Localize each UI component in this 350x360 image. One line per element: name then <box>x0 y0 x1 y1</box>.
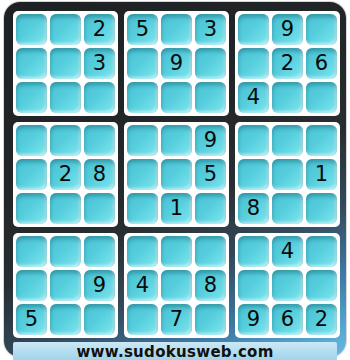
cell-r8c8[interactable] <box>272 270 303 301</box>
cell-r1c4[interactable]: 5 <box>127 14 158 45</box>
cell-r2c7[interactable] <box>238 48 269 79</box>
cell-r3c9[interactable] <box>306 82 337 113</box>
cell-r1c8[interactable]: 9 <box>272 14 303 45</box>
cell-r7c8[interactable]: 4 <box>272 236 303 267</box>
cell-r6c5[interactable]: 1 <box>161 193 192 224</box>
cell-r5c4[interactable] <box>127 159 158 190</box>
cell-r1c3[interactable]: 2 <box>84 14 115 45</box>
cell-r6c1[interactable] <box>16 193 47 224</box>
cell-r1c1[interactable] <box>16 14 47 45</box>
cell-r9c9[interactable]: 2 <box>306 304 337 335</box>
box-r2c2: 951 <box>124 122 229 227</box>
cell-r5c6[interactable]: 5 <box>195 159 226 190</box>
cell-r9c5[interactable]: 7 <box>161 304 192 335</box>
cell-r9c7[interactable]: 9 <box>238 304 269 335</box>
cell-r1c5[interactable] <box>161 14 192 45</box>
cell-r3c3[interactable] <box>84 82 115 113</box>
cell-r8c3[interactable]: 9 <box>84 270 115 301</box>
website-url-link[interactable]: www.sudokusweb.com <box>76 343 273 360</box>
cell-r3c8[interactable] <box>272 82 303 113</box>
cell-r6c8[interactable] <box>272 193 303 224</box>
cell-r6c6[interactable] <box>195 193 226 224</box>
cell-r2c6[interactable] <box>195 48 226 79</box>
cell-r8c5[interactable] <box>161 270 192 301</box>
cell-r1c6[interactable]: 3 <box>195 14 226 45</box>
cell-r1c9[interactable] <box>306 14 337 45</box>
cell-r1c7[interactable] <box>238 14 269 45</box>
cell-r2c3[interactable]: 3 <box>84 48 115 79</box>
cell-r4c6[interactable]: 9 <box>195 125 226 156</box>
cell-r2c1[interactable] <box>16 48 47 79</box>
cell-r8c6[interactable]: 8 <box>195 270 226 301</box>
cell-r4c1[interactable] <box>16 125 47 156</box>
cell-r9c1[interactable]: 5 <box>16 304 47 335</box>
cell-r8c2[interactable] <box>50 270 81 301</box>
cell-r5c1[interactable] <box>16 159 47 190</box>
box-r1c1: 23 <box>13 11 118 116</box>
footer-band: www.sudokusweb.com <box>13 342 337 360</box>
cell-r7c7[interactable] <box>238 236 269 267</box>
box-r2c3: 18 <box>235 122 340 227</box>
cell-r3c1[interactable] <box>16 82 47 113</box>
cell-r6c9[interactable] <box>306 193 337 224</box>
cell-r3c2[interactable] <box>50 82 81 113</box>
cell-r9c6[interactable] <box>195 304 226 335</box>
box-r3c3: 4962 <box>235 233 340 338</box>
box-r3c2: 487 <box>124 233 229 338</box>
cell-r7c4[interactable] <box>127 236 158 267</box>
cell-r7c2[interactable] <box>50 236 81 267</box>
cell-r7c3[interactable] <box>84 236 115 267</box>
sudoku-board-plaque: 2353992642895118954874962 www.sudokusweb… <box>4 2 346 357</box>
cell-r8c9[interactable] <box>306 270 337 301</box>
cell-r3c4[interactable] <box>127 82 158 113</box>
cell-r6c3[interactable] <box>84 193 115 224</box>
cell-r8c7[interactable] <box>238 270 269 301</box>
cell-r2c5[interactable]: 9 <box>161 48 192 79</box>
box-r1c2: 539 <box>124 11 229 116</box>
cell-r9c2[interactable] <box>50 304 81 335</box>
box-r3c1: 95 <box>13 233 118 338</box>
cell-r3c5[interactable] <box>161 82 192 113</box>
cell-r4c5[interactable] <box>161 125 192 156</box>
cell-r4c7[interactable] <box>238 125 269 156</box>
cell-r5c9[interactable]: 1 <box>306 159 337 190</box>
cell-r4c9[interactable] <box>306 125 337 156</box>
cell-r4c4[interactable] <box>127 125 158 156</box>
cell-r5c2[interactable]: 2 <box>50 159 81 190</box>
cell-r8c1[interactable] <box>16 270 47 301</box>
cell-r5c5[interactable] <box>161 159 192 190</box>
cell-r5c3[interactable]: 8 <box>84 159 115 190</box>
cell-r8c4[interactable]: 4 <box>127 270 158 301</box>
cell-r4c2[interactable] <box>50 125 81 156</box>
cell-r2c9[interactable]: 6 <box>306 48 337 79</box>
cell-r4c3[interactable] <box>84 125 115 156</box>
cell-r9c8[interactable]: 6 <box>272 304 303 335</box>
cell-r7c9[interactable] <box>306 236 337 267</box>
cell-r3c7[interactable]: 4 <box>238 82 269 113</box>
cell-r7c6[interactable] <box>195 236 226 267</box>
sudoku-board: 2353992642895118954874962 <box>13 11 337 338</box>
cell-r5c7[interactable] <box>238 159 269 190</box>
box-r2c1: 28 <box>13 122 118 227</box>
cell-r1c2[interactable] <box>50 14 81 45</box>
cell-r2c8[interactable]: 2 <box>272 48 303 79</box>
box-r1c3: 9264 <box>235 11 340 116</box>
cell-r7c5[interactable] <box>161 236 192 267</box>
cell-r6c2[interactable] <box>50 193 81 224</box>
cell-r6c7[interactable]: 8 <box>238 193 269 224</box>
cell-r4c8[interactable] <box>272 125 303 156</box>
cell-r9c4[interactable] <box>127 304 158 335</box>
cell-r9c3[interactable] <box>84 304 115 335</box>
cell-r2c4[interactable] <box>127 48 158 79</box>
cell-r7c1[interactable] <box>16 236 47 267</box>
cell-r3c6[interactable] <box>195 82 226 113</box>
cell-r2c2[interactable] <box>50 48 81 79</box>
cell-r5c8[interactable] <box>272 159 303 190</box>
cell-r6c4[interactable] <box>127 193 158 224</box>
